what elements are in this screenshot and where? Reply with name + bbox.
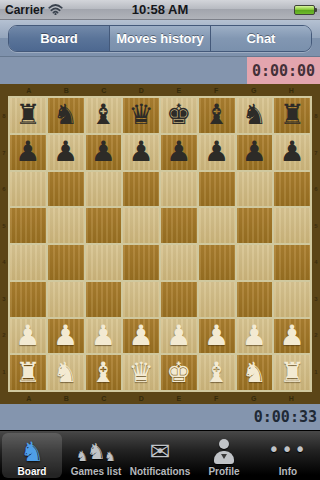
tab-profile[interactable]: Profile bbox=[192, 431, 256, 480]
square-b1[interactable]: ♞ bbox=[48, 355, 84, 390]
piece-black-rook: ♜ bbox=[280, 101, 305, 129]
square-d2[interactable]: ♟ bbox=[123, 319, 159, 354]
tab-notifications[interactable]: ✉Notifications bbox=[128, 431, 192, 480]
piece-white-king: ♚ bbox=[166, 359, 191, 387]
square-a8[interactable]: ♜ bbox=[10, 98, 46, 133]
piece-black-knight: ♞ bbox=[53, 101, 78, 129]
tab-bar: ♞Board♞♞♞Games list✉NotificationsProfile… bbox=[0, 430, 320, 480]
square-d8[interactable]: ♛ bbox=[123, 98, 159, 133]
coord-label: 6 bbox=[2, 186, 5, 192]
clock-time: 10:58 AM bbox=[0, 2, 320, 17]
square-a6[interactable] bbox=[10, 172, 46, 207]
coord-label: E bbox=[176, 87, 181, 94]
tab-label: Games list bbox=[71, 466, 122, 477]
piece-white-knight: ♞ bbox=[53, 359, 78, 387]
piece-white-pawn: ♟ bbox=[129, 322, 154, 350]
tab-label: Notifications bbox=[130, 466, 191, 477]
square-b5[interactable] bbox=[48, 208, 84, 243]
piece-black-bishop: ♝ bbox=[204, 101, 229, 129]
segment-chat[interactable]: Chat bbox=[211, 26, 311, 51]
square-d4[interactable] bbox=[123, 245, 159, 280]
coord-label: A bbox=[26, 395, 31, 402]
piece-white-bishop: ♝ bbox=[204, 359, 229, 387]
tab-games-list[interactable]: ♞♞♞Games list bbox=[64, 431, 128, 480]
square-h1[interactable]: ♜ bbox=[274, 355, 310, 390]
piece-black-knight: ♞ bbox=[242, 101, 267, 129]
square-b6[interactable] bbox=[48, 172, 84, 207]
piece-black-pawn: ♟ bbox=[280, 138, 305, 166]
coord-label: 3 bbox=[314, 296, 317, 302]
opponent-clock-value: 0:00:00 bbox=[252, 62, 315, 80]
square-e3[interactable] bbox=[161, 282, 197, 317]
nav-bar: BoardMoves historyChat bbox=[0, 20, 320, 57]
status-bar: Carrier 10:58 AM bbox=[0, 0, 320, 20]
coord-label: H bbox=[289, 395, 294, 402]
coord-label: F bbox=[214, 87, 218, 94]
square-f3[interactable] bbox=[199, 282, 235, 317]
square-c8[interactable]: ♝ bbox=[86, 98, 122, 133]
coord-label: 1 bbox=[314, 369, 317, 375]
piece-white-pawn: ♟ bbox=[53, 322, 78, 350]
square-d6[interactable] bbox=[123, 172, 159, 207]
coord-label: 5 bbox=[2, 223, 5, 229]
square-c4[interactable] bbox=[86, 245, 122, 280]
square-h5[interactable] bbox=[274, 208, 310, 243]
piece-black-king: ♚ bbox=[166, 101, 191, 129]
square-b7[interactable]: ♟ bbox=[48, 135, 84, 170]
coord-label: H bbox=[289, 87, 294, 94]
square-e2[interactable]: ♟ bbox=[161, 319, 197, 354]
square-e1[interactable]: ♚ bbox=[161, 355, 197, 390]
piece-white-pawn: ♟ bbox=[166, 322, 191, 350]
square-g7[interactable]: ♟ bbox=[237, 135, 273, 170]
player-clock-strip: 0:00:33 bbox=[0, 404, 320, 430]
person-icon bbox=[213, 437, 235, 466]
coord-label: 8 bbox=[2, 113, 5, 119]
tab-label: Info bbox=[279, 466, 297, 477]
square-f6[interactable] bbox=[199, 172, 235, 207]
tab-label: Profile bbox=[208, 466, 239, 477]
square-h4[interactable] bbox=[274, 245, 310, 280]
segment-board[interactable]: Board bbox=[9, 26, 110, 51]
square-b3[interactable] bbox=[48, 282, 84, 317]
opponent-clock: 0:00:00 bbox=[247, 57, 320, 84]
piece-white-rook: ♜ bbox=[15, 359, 40, 387]
piece-black-pawn: ♟ bbox=[53, 138, 78, 166]
square-d3[interactable] bbox=[123, 282, 159, 317]
coord-label: 3 bbox=[2, 296, 5, 302]
piece-black-bishop: ♝ bbox=[91, 101, 116, 129]
square-g6[interactable] bbox=[237, 172, 273, 207]
knights-group-icon: ♞♞♞ bbox=[76, 437, 116, 466]
knight-icon: ♞ bbox=[20, 437, 44, 466]
square-d1[interactable]: ♛ bbox=[123, 355, 159, 390]
square-c3[interactable] bbox=[86, 282, 122, 317]
coord-label: 8 bbox=[314, 113, 317, 119]
rank-numbers-left: 87654321 bbox=[0, 96, 8, 392]
square-c1[interactable]: ♝ bbox=[86, 355, 122, 390]
board-squares: ♜♞♝♛♚♝♞♜♟♟♟♟♟♟♟♟♟♟♟♟♟♟♟♟♜♞♝♛♚♝♞♜ bbox=[8, 96, 312, 392]
square-b4[interactable] bbox=[48, 245, 84, 280]
coord-label: 7 bbox=[314, 150, 317, 156]
piece-black-pawn: ♟ bbox=[91, 138, 116, 166]
square-a4[interactable] bbox=[10, 245, 46, 280]
piece-white-bishop: ♝ bbox=[91, 359, 116, 387]
square-b8[interactable]: ♞ bbox=[48, 98, 84, 133]
piece-white-pawn: ♟ bbox=[242, 322, 267, 350]
coord-label: 6 bbox=[314, 186, 317, 192]
coord-label: D bbox=[139, 395, 144, 402]
piece-black-pawn: ♟ bbox=[242, 138, 267, 166]
square-e4[interactable] bbox=[161, 245, 197, 280]
square-g1[interactable]: ♞ bbox=[237, 355, 273, 390]
square-h6[interactable] bbox=[274, 172, 310, 207]
square-f1[interactable]: ♝ bbox=[199, 355, 235, 390]
square-a3[interactable] bbox=[10, 282, 46, 317]
coord-label: B bbox=[64, 395, 69, 402]
coord-label: 5 bbox=[314, 223, 317, 229]
opponent-clock-strip: 0:00:00 bbox=[0, 57, 320, 84]
square-e6[interactable] bbox=[161, 172, 197, 207]
player-clock-value: 0:00:33 bbox=[254, 408, 317, 426]
coord-label: G bbox=[251, 87, 256, 94]
view-segmented-control: BoardMoves historyChat bbox=[8, 25, 312, 52]
coord-label: A bbox=[26, 87, 31, 94]
square-a7[interactable]: ♟ bbox=[10, 135, 46, 170]
square-c6[interactable] bbox=[86, 172, 122, 207]
battery-icon bbox=[294, 5, 315, 15]
square-h7[interactable]: ♟ bbox=[274, 135, 310, 170]
square-a5[interactable] bbox=[10, 208, 46, 243]
square-g3[interactable] bbox=[237, 282, 273, 317]
piece-white-knight: ♞ bbox=[242, 359, 267, 387]
piece-black-pawn: ♟ bbox=[129, 138, 154, 166]
square-e8[interactable]: ♚ bbox=[161, 98, 197, 133]
square-f2[interactable]: ♟ bbox=[199, 319, 235, 354]
piece-black-pawn: ♟ bbox=[15, 138, 40, 166]
square-f4[interactable] bbox=[199, 245, 235, 280]
tab-label: Board bbox=[18, 466, 47, 477]
square-f7[interactable]: ♟ bbox=[199, 135, 235, 170]
square-a2[interactable]: ♟ bbox=[10, 319, 46, 354]
coord-label: D bbox=[139, 87, 144, 94]
piece-white-pawn: ♟ bbox=[15, 322, 40, 350]
coord-label: 2 bbox=[2, 332, 5, 338]
envelope-icon: ✉ bbox=[150, 437, 171, 466]
piece-black-rook: ♜ bbox=[15, 101, 40, 129]
coord-label: 1 bbox=[2, 369, 5, 375]
square-h8[interactable]: ♜ bbox=[274, 98, 310, 133]
tab-board[interactable]: ♞Board bbox=[0, 431, 64, 480]
coord-label: G bbox=[251, 395, 256, 402]
piece-white-queen: ♛ bbox=[129, 359, 154, 387]
piece-white-pawn: ♟ bbox=[204, 322, 229, 350]
square-h2[interactable]: ♟ bbox=[274, 319, 310, 354]
coord-label: C bbox=[101, 87, 106, 94]
piece-white-pawn: ♟ bbox=[280, 322, 305, 350]
coord-label: 4 bbox=[2, 259, 5, 265]
coord-label: E bbox=[176, 395, 181, 402]
square-g2[interactable]: ♟ bbox=[237, 319, 273, 354]
file-letters-bottom: ABCDEFGH bbox=[8, 392, 312, 404]
square-a1[interactable]: ♜ bbox=[10, 355, 46, 390]
coord-label: 4 bbox=[314, 259, 317, 265]
square-e7[interactable]: ♟ bbox=[161, 135, 197, 170]
square-f8[interactable]: ♝ bbox=[199, 98, 235, 133]
piece-black-pawn: ♟ bbox=[204, 138, 229, 166]
coord-label: B bbox=[64, 87, 69, 94]
ellipsis-icon: ••• bbox=[268, 437, 308, 466]
chess-board: ABCDEFGH 87654321 ♜♞♝♛♚♝♞♜♟♟♟♟♟♟♟♟♟♟♟♟♟♟… bbox=[0, 84, 320, 404]
coord-label: C bbox=[101, 395, 106, 402]
square-h3[interactable] bbox=[274, 282, 310, 317]
piece-white-pawn: ♟ bbox=[91, 322, 116, 350]
square-f5[interactable] bbox=[199, 208, 235, 243]
square-g4[interactable] bbox=[237, 245, 273, 280]
square-d5[interactable] bbox=[123, 208, 159, 243]
square-e5[interactable] bbox=[161, 208, 197, 243]
rank-numbers-right: 87654321 bbox=[312, 96, 320, 392]
square-b2[interactable]: ♟ bbox=[48, 319, 84, 354]
square-c7[interactable]: ♟ bbox=[86, 135, 122, 170]
square-g5[interactable] bbox=[237, 208, 273, 243]
segment-moves-history[interactable]: Moves history bbox=[110, 26, 211, 51]
piece-black-pawn: ♟ bbox=[166, 138, 191, 166]
coord-label: 2 bbox=[314, 332, 317, 338]
coord-label: 7 bbox=[2, 150, 5, 156]
square-c5[interactable] bbox=[86, 208, 122, 243]
tab-info[interactable]: •••Info bbox=[256, 431, 320, 480]
file-letters-top: ABCDEFGH bbox=[8, 84, 312, 96]
square-d7[interactable]: ♟ bbox=[123, 135, 159, 170]
piece-white-rook: ♜ bbox=[280, 359, 305, 387]
square-g8[interactable]: ♞ bbox=[237, 98, 273, 133]
square-c2[interactable]: ♟ bbox=[86, 319, 122, 354]
coord-label: F bbox=[214, 395, 218, 402]
piece-black-queen: ♛ bbox=[129, 101, 154, 129]
